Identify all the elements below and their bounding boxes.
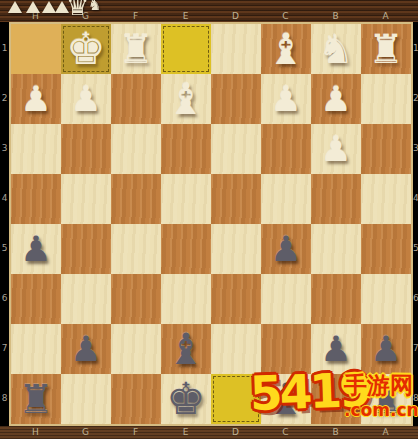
rank-label-left-5: 5 [0,243,9,253]
white-rook: ♜ [111,24,161,74]
square-f6[interactable] [111,274,161,324]
white-king: ♚ [61,24,111,74]
captured-white-pawn [8,1,22,13]
captured-white-queen: ♛ [66,0,89,19]
square-e5[interactable] [161,224,211,274]
square-b4[interactable] [311,174,361,224]
square-g1[interactable]: ♚ [61,24,111,74]
square-a3[interactable] [361,124,411,174]
white-pawn: ♟ [311,74,361,124]
square-e2[interactable]: ♝ [161,74,211,124]
square-g3[interactable] [61,124,111,174]
square-a5[interactable] [361,224,411,274]
rank-label-left-1: 1 [0,43,9,53]
file-label-top-d: D [211,11,261,21]
captured-white-pawn [26,1,40,13]
square-c3[interactable] [261,124,311,174]
square-e3[interactable] [161,124,211,174]
square-e8[interactable]: ♚ [161,374,211,424]
white-pawn: ♟ [61,74,111,124]
square-b5[interactable] [311,224,361,274]
rank-label-left-7: 7 [0,343,9,353]
rank-label-right-6: 6 [412,293,418,303]
square-a2[interactable] [361,74,411,124]
rank-label-left-3: 3 [0,143,9,153]
square-f1[interactable]: ♜ [111,24,161,74]
white-pawn: ♟ [311,124,361,174]
square-d6[interactable] [211,274,261,324]
square-f8[interactable] [111,374,161,424]
white-rook: ♜ [361,24,411,74]
square-c4[interactable] [261,174,311,224]
square-e7[interactable]: ♝ [161,324,211,374]
white-bishop: ♝ [261,24,311,74]
black-bishop: ♝ [161,324,211,374]
square-h4[interactable] [11,174,61,224]
square-e1[interactable] [161,24,211,74]
square-c5[interactable]: ♟ [261,224,311,274]
square-c1[interactable]: ♝ [261,24,311,74]
square-g5[interactable] [61,224,111,274]
captured-pieces-tray: HGFEDCBA♛♞ [0,0,418,22]
square-b1[interactable]: ♞ [311,24,361,74]
square-f4[interactable] [111,174,161,224]
rank-label-right-1: 1 [412,43,418,53]
rank-label-left-8: 8 [0,393,9,403]
square-d2[interactable] [211,74,261,124]
square-h2[interactable]: ♟ [11,74,61,124]
file-label-top-f: F [111,11,161,21]
black-pawn: ♟ [261,224,311,274]
file-label-bottom-e: E [161,427,211,437]
square-e6[interactable] [161,274,211,324]
chess-app-screen: HGFEDCBA♛♞ ♚♜♝♞♜♟♟♝♟♟♟♟♟♟♝♟♟♜♚♝♜ HGFEDCB… [0,0,418,439]
square-g8[interactable] [61,374,111,424]
file-label-bottom-f: F [111,427,161,437]
rank-label-right-7: 7 [412,343,418,353]
rank-label-right-4: 4 [412,193,418,203]
square-f7[interactable] [111,324,161,374]
square-d3[interactable] [211,124,261,174]
captured-white-knight: ♞ [88,0,101,13]
square-g6[interactable] [61,274,111,324]
black-pawn: ♟ [11,224,61,274]
square-h3[interactable] [11,124,61,174]
square-a6[interactable] [361,274,411,324]
rank-label-left-4: 4 [0,193,9,203]
file-label-bottom-h: H [11,427,61,437]
file-label-top-a: A [361,11,411,21]
file-label-bottom-g: G [61,427,111,437]
square-f2[interactable] [111,74,161,124]
square-b6[interactable] [311,274,361,324]
square-h5[interactable]: ♟ [11,224,61,274]
square-f5[interactable] [111,224,161,274]
square-h6[interactable] [11,274,61,324]
square-b3[interactable]: ♟ [311,124,361,174]
square-d5[interactable] [211,224,261,274]
white-bishop: ♝ [161,74,211,124]
black-pawn: ♟ [61,324,111,374]
square-h7[interactable] [11,324,61,374]
square-d1[interactable] [211,24,261,74]
file-label-top-b: B [311,11,361,21]
white-knight: ♞ [311,24,361,74]
white-pawn: ♟ [261,74,311,124]
square-a1[interactable]: ♜ [361,24,411,74]
square-d4[interactable] [211,174,261,224]
file-label-top-c: C [261,11,311,21]
square-c2[interactable]: ♟ [261,74,311,124]
square-f3[interactable] [111,124,161,174]
rank-label-right-3: 3 [412,143,418,153]
square-g7[interactable]: ♟ [61,324,111,374]
square-b2[interactable]: ♟ [311,74,361,124]
square-g2[interactable]: ♟ [61,74,111,124]
square-c6[interactable] [261,274,311,324]
white-pawn: ♟ [11,74,61,124]
square-g4[interactable] [61,174,111,224]
black-king: ♚ [161,374,211,424]
captured-white-pawn [42,1,56,13]
watermark-domain: .com.cn [344,400,418,420]
watermark-site-name: 手游网 [344,370,413,401]
square-a4[interactable] [361,174,411,224]
watermark: 5419 手游网 .com.cn [248,364,418,439]
rank-label-left-6: 6 [0,293,9,303]
rank-label-right-5: 5 [412,243,418,253]
file-label-top-e: E [161,11,211,21]
black-rook: ♜ [11,374,61,424]
square-e4[interactable] [161,174,211,224]
rank-label-right-2: 2 [412,93,418,103]
square-h8[interactable]: ♜ [11,374,61,424]
square-h1[interactable] [11,24,61,74]
rank-label-left-2: 2 [0,93,9,103]
